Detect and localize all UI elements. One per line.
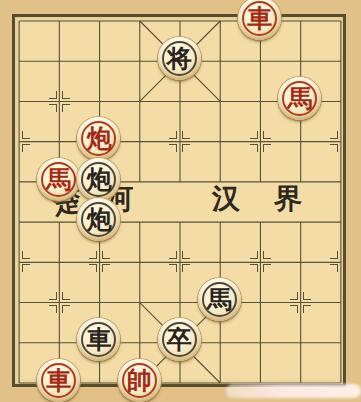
piece-black-horse[interactable]: 馬 bbox=[198, 278, 241, 321]
star-point-mark bbox=[263, 251, 271, 259]
star-point-mark bbox=[263, 131, 271, 139]
piece-black-chariot[interactable]: 車 bbox=[77, 318, 120, 361]
piece-glyph: 将 bbox=[158, 37, 201, 80]
star-point-mark bbox=[89, 264, 97, 272]
piece-glyph: 馬 bbox=[37, 158, 80, 201]
star-point-mark bbox=[290, 305, 298, 313]
star-point-mark bbox=[182, 264, 190, 272]
piece-glyph: 炮 bbox=[77, 198, 120, 241]
star-point-mark bbox=[62, 104, 70, 112]
piece-black-soldier[interactable]: 卒 bbox=[158, 318, 201, 361]
star-point-mark bbox=[250, 251, 258, 259]
star-point-mark bbox=[22, 264, 30, 272]
star-point-mark bbox=[62, 91, 70, 99]
piece-black-general[interactable]: 将 bbox=[158, 37, 201, 80]
star-point-mark bbox=[182, 144, 190, 152]
river-label: 界 bbox=[274, 180, 302, 218]
river-label: 汉 bbox=[212, 180, 240, 218]
star-point-mark bbox=[330, 264, 338, 272]
star-point-mark bbox=[49, 305, 57, 313]
star-point-mark bbox=[250, 264, 258, 272]
star-point-mark bbox=[169, 264, 177, 272]
star-point-mark bbox=[330, 251, 338, 259]
star-point-mark bbox=[49, 91, 57, 99]
star-point-mark bbox=[102, 251, 110, 259]
star-point-mark bbox=[330, 144, 338, 152]
star-point-mark bbox=[49, 292, 57, 300]
star-point-mark bbox=[330, 131, 338, 139]
screenshot-artifact bbox=[226, 384, 361, 398]
piece-glyph: 馬 bbox=[198, 278, 241, 321]
piece-glyph: 卒 bbox=[158, 318, 201, 361]
piece-red-cannon[interactable]: 炮 bbox=[77, 117, 120, 160]
star-point-mark bbox=[22, 144, 30, 152]
piece-glyph: 車 bbox=[238, 0, 281, 40]
piece-black-cannon[interactable]: 炮 bbox=[77, 198, 120, 241]
piece-glyph: 帥 bbox=[118, 359, 161, 402]
star-point-mark bbox=[263, 264, 271, 272]
piece-glyph: 馬 bbox=[278, 77, 321, 120]
star-point-mark bbox=[169, 144, 177, 152]
piece-red-chariot[interactable]: 車 bbox=[37, 359, 80, 402]
star-point-mark bbox=[182, 251, 190, 259]
star-point-mark bbox=[303, 292, 311, 300]
star-point-mark bbox=[290, 292, 298, 300]
star-point-mark bbox=[49, 104, 57, 112]
piece-glyph: 車 bbox=[77, 318, 120, 361]
star-point-mark bbox=[102, 264, 110, 272]
piece-red-horse[interactable]: 馬 bbox=[278, 77, 321, 120]
piece-glyph: 炮 bbox=[77, 158, 120, 201]
star-point-mark bbox=[22, 251, 30, 259]
piece-red-general[interactable]: 帥 bbox=[118, 359, 161, 402]
piece-red-chariot[interactable]: 車 bbox=[238, 0, 281, 40]
star-point-mark bbox=[62, 292, 70, 300]
star-point-mark bbox=[303, 305, 311, 313]
star-point-mark bbox=[169, 131, 177, 139]
star-point-mark bbox=[89, 251, 97, 259]
piece-red-horse[interactable]: 馬 bbox=[37, 158, 80, 201]
star-point-mark bbox=[263, 144, 271, 152]
star-point-mark bbox=[22, 131, 30, 139]
star-point-mark bbox=[250, 144, 258, 152]
piece-black-cannon[interactable]: 炮 bbox=[77, 158, 120, 201]
piece-glyph: 炮 bbox=[77, 117, 120, 160]
star-point-mark bbox=[182, 131, 190, 139]
xiangqi-screen: 楚河汉界 車将馬炮馬炮炮馬車卒車帥 bbox=[0, 0, 361, 402]
star-point-mark bbox=[62, 305, 70, 313]
star-point-mark bbox=[169, 251, 177, 259]
star-point-mark bbox=[250, 131, 258, 139]
piece-glyph: 車 bbox=[37, 359, 80, 402]
